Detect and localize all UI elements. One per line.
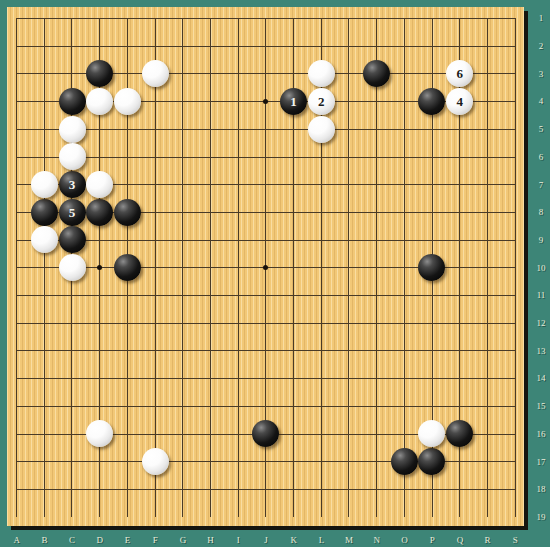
row-label: 2 xyxy=(532,39,550,53)
row-label: 16 xyxy=(532,427,550,441)
row-label: 11 xyxy=(532,288,550,302)
board-point-B8 xyxy=(31,198,59,226)
row-label: 19 xyxy=(532,510,550,524)
column-label: J xyxy=(256,533,276,547)
stone-move-number: 5 xyxy=(69,205,76,218)
board-point-E4 xyxy=(114,87,142,115)
board-point-C5 xyxy=(58,115,86,143)
board-point-Q16 xyxy=(446,420,474,448)
board-point-O17 xyxy=(390,447,418,475)
black-stone[interactable] xyxy=(446,420,473,447)
column-label: I xyxy=(228,533,248,547)
black-stone[interactable]: 5 xyxy=(59,199,86,226)
board-point-L3 xyxy=(307,60,335,88)
white-stone[interactable]: 4 xyxy=(446,88,473,115)
board-point-D3 xyxy=(86,60,114,88)
row-label: 14 xyxy=(532,371,550,385)
row-label: 17 xyxy=(532,455,550,469)
row-label: 8 xyxy=(532,205,550,219)
stones-layer: 351264 xyxy=(3,4,529,530)
column-label: L xyxy=(311,533,331,547)
white-stone[interactable] xyxy=(308,60,335,87)
white-stone[interactable] xyxy=(31,171,58,198)
black-stone[interactable]: 1 xyxy=(280,88,307,115)
stone-move-number: 6 xyxy=(456,67,463,80)
white-stone[interactable] xyxy=(59,254,86,281)
board-point-P10 xyxy=(418,254,446,282)
white-stone[interactable] xyxy=(142,60,169,87)
black-stone[interactable] xyxy=(391,448,418,475)
black-stone[interactable] xyxy=(86,199,113,226)
black-stone[interactable] xyxy=(59,88,86,115)
board-point-P4 xyxy=(418,87,446,115)
column-label: H xyxy=(201,533,221,547)
board-point-Q3: 6 xyxy=(446,60,474,88)
board-point-C7: 3 xyxy=(58,171,86,199)
row-label: 6 xyxy=(532,150,550,164)
board-point-L4: 2 xyxy=(307,87,335,115)
board-point-E8 xyxy=(114,198,142,226)
board-point-F17 xyxy=(141,447,169,475)
row-label: 3 xyxy=(532,67,550,81)
black-stone[interactable]: 3 xyxy=(59,171,86,198)
column-label: F xyxy=(145,533,165,547)
black-stone[interactable] xyxy=(86,60,113,87)
white-stone[interactable] xyxy=(418,420,445,447)
board-point-Q4: 4 xyxy=(446,87,474,115)
row-label: 15 xyxy=(532,399,550,413)
column-label: D xyxy=(90,533,110,547)
stone-move-number: 1 xyxy=(290,94,297,107)
column-label: C xyxy=(62,533,82,547)
board-point-N3 xyxy=(363,60,391,88)
board-point-D7 xyxy=(86,171,114,199)
board-point-F3 xyxy=(141,60,169,88)
white-stone[interactable] xyxy=(142,448,169,475)
board-point-C4 xyxy=(58,87,86,115)
board-point-C10 xyxy=(58,254,86,282)
stone-move-number: 2 xyxy=(318,94,325,107)
black-stone[interactable] xyxy=(114,254,141,281)
column-label: G xyxy=(173,533,193,547)
black-stone[interactable] xyxy=(363,60,390,87)
board-point-D16 xyxy=(86,420,114,448)
board-point-L5 xyxy=(307,115,335,143)
go-board-app: { "game": "go", "board": { "size": 19, "… xyxy=(0,0,550,547)
white-stone[interactable]: 2 xyxy=(308,88,335,115)
column-label: A xyxy=(7,533,27,547)
board-point-C9 xyxy=(58,226,86,254)
column-label: R xyxy=(478,533,498,547)
board-point-E10 xyxy=(114,254,142,282)
white-stone[interactable] xyxy=(31,226,58,253)
board-point-D8 xyxy=(86,198,114,226)
black-stone[interactable] xyxy=(418,448,445,475)
board-point-B7 xyxy=(31,171,59,199)
row-label: 4 xyxy=(532,94,550,108)
column-label: Q xyxy=(450,533,470,547)
white-stone[interactable] xyxy=(59,116,86,143)
white-stone[interactable] xyxy=(86,420,113,447)
black-stone[interactable] xyxy=(418,254,445,281)
row-label: 5 xyxy=(532,122,550,136)
board-point-P17 xyxy=(418,447,446,475)
column-label: K xyxy=(284,533,304,547)
board-point-P16 xyxy=(418,420,446,448)
board-point-B9 xyxy=(31,226,59,254)
column-label: S xyxy=(505,533,525,547)
black-stone[interactable] xyxy=(31,199,58,226)
white-stone[interactable] xyxy=(59,143,86,170)
column-label: E xyxy=(118,533,138,547)
board-point-J16 xyxy=(252,420,280,448)
column-label: M xyxy=(339,533,359,547)
black-stone[interactable] xyxy=(59,226,86,253)
row-label: 18 xyxy=(532,482,550,496)
white-stone[interactable] xyxy=(86,88,113,115)
row-label: 9 xyxy=(532,233,550,247)
white-stone[interactable] xyxy=(86,171,113,198)
black-stone[interactable] xyxy=(252,420,279,447)
board-point-C8: 5 xyxy=(58,198,86,226)
go-board[interactable]: 351264 xyxy=(7,7,524,526)
board-point-D4 xyxy=(86,87,114,115)
stone-move-number: 3 xyxy=(69,177,76,190)
row-label: 13 xyxy=(532,344,550,358)
column-label: B xyxy=(34,533,54,547)
white-stone[interactable]: 6 xyxy=(446,60,473,87)
row-label: 1 xyxy=(532,11,550,25)
black-stone[interactable] xyxy=(418,88,445,115)
black-stone[interactable] xyxy=(114,199,141,226)
white-stone[interactable] xyxy=(308,116,335,143)
row-label: 10 xyxy=(532,261,550,275)
white-stone[interactable] xyxy=(114,88,141,115)
stone-move-number: 4 xyxy=(456,94,463,107)
row-label: 7 xyxy=(532,178,550,192)
row-label: 12 xyxy=(532,316,550,330)
column-label: N xyxy=(367,533,387,547)
column-label: P xyxy=(422,533,442,547)
board-point-K4: 1 xyxy=(280,87,308,115)
column-label: O xyxy=(395,533,415,547)
board-point-C6 xyxy=(58,143,86,171)
